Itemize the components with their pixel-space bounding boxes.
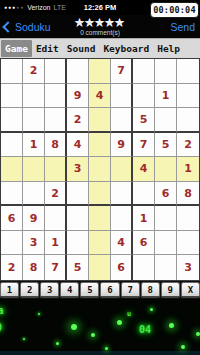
- cell-r2c8[interactable]: 1: [155, 84, 177, 109]
- cell-r5c4[interactable]: 3: [67, 157, 89, 182]
- cell-r1c5[interactable]: [89, 59, 111, 84]
- cell-r5c3[interactable]: [45, 157, 67, 182]
- matrix-glyph: a: [0, 305, 4, 316]
- cell-r3c6[interactable]: [111, 108, 133, 133]
- glow-dot: [38, 313, 40, 315]
- cell-r2c1[interactable]: [1, 84, 23, 109]
- glow-dot: [56, 342, 59, 345]
- cell-r8c1[interactable]: [1, 231, 23, 256]
- menu-item-sound[interactable]: Sound: [63, 40, 100, 57]
- star-icon[interactable]: ★: [85, 17, 95, 28]
- glow-dot: [117, 320, 122, 325]
- bottom-band: [0, 351, 200, 355]
- star-icon[interactable]: ★: [95, 17, 105, 28]
- cell-r1c4[interactable]: [67, 59, 89, 84]
- matrix-background: a004u: [0, 299, 200, 355]
- key-7[interactable]: 7: [121, 282, 140, 298]
- cell-r9c1[interactable]: 2: [1, 255, 23, 280]
- cell-r7c1[interactable]: 6: [1, 206, 23, 231]
- cell-r6c6[interactable]: [111, 182, 133, 207]
- cell-r4c4[interactable]: 4: [67, 133, 89, 158]
- matrix-glyph: u: [127, 311, 131, 318]
- cell-r5c7[interactable]: 4: [133, 157, 155, 182]
- cell-r6c9[interactable]: 8: [177, 182, 199, 207]
- menu-item-game[interactable]: Game: [1, 40, 32, 57]
- back-label: Soduku: [15, 21, 51, 33]
- key-8[interactable]: 8: [141, 282, 160, 298]
- cell-r9c2[interactable]: 8: [23, 255, 45, 280]
- cell-r7c8[interactable]: [155, 206, 177, 231]
- glow-dot: [181, 345, 185, 349]
- cell-r3c1[interactable]: [1, 108, 23, 133]
- cell-r5c8[interactable]: [155, 157, 177, 182]
- matrix-glyph: 04: [139, 325, 151, 335]
- cell-r2c2[interactable]: [23, 84, 45, 109]
- key-6[interactable]: 6: [100, 282, 119, 298]
- cell-r6c3[interactable]: 2: [45, 182, 67, 207]
- cell-r7c2[interactable]: 9: [23, 206, 45, 231]
- glow-dot: [169, 323, 174, 328]
- cell-r6c2[interactable]: [23, 182, 45, 207]
- cell-r9c8[interactable]: [155, 255, 177, 280]
- key-3[interactable]: 3: [40, 282, 59, 298]
- cell-r5c6[interactable]: [111, 157, 133, 182]
- cell-r6c7[interactable]: [133, 182, 155, 207]
- chevron-left-icon: [2, 21, 13, 32]
- cell-r4c7[interactable]: 7: [133, 133, 155, 158]
- glow-dot: [196, 332, 200, 336]
- cell-r3c4[interactable]: 2: [67, 108, 89, 133]
- cell-r3c9[interactable]: [177, 108, 199, 133]
- cell-r7c5[interactable]: [89, 206, 111, 231]
- menu-item-help[interactable]: Help: [153, 40, 184, 57]
- cell-r8c9[interactable]: [177, 231, 199, 256]
- cell-r8c6[interactable]: 4: [111, 231, 133, 256]
- cell-r9c7[interactable]: [133, 255, 155, 280]
- cell-r7c3[interactable]: [45, 206, 67, 231]
- cell-r6c8[interactable]: 6: [155, 182, 177, 207]
- cell-r8c7[interactable]: 6: [133, 231, 155, 256]
- cell-r8c4[interactable]: [67, 231, 89, 256]
- star-icon[interactable]: ★: [115, 17, 125, 28]
- cell-r3c3[interactable]: [45, 108, 67, 133]
- cell-r7c9[interactable]: [177, 206, 199, 231]
- cell-r1c3[interactable]: [45, 59, 67, 84]
- cell-r1c2[interactable]: 2: [23, 59, 45, 84]
- cell-r9c3[interactable]: 7: [45, 255, 67, 280]
- key-2[interactable]: 2: [20, 282, 39, 298]
- glow-dot: [91, 333, 95, 337]
- cell-r3c5[interactable]: [89, 108, 111, 133]
- cell-r9c6[interactable]: 6: [111, 255, 133, 280]
- matrix-glyph: 0: [0, 323, 2, 333]
- cell-r4c3[interactable]: 8: [45, 133, 67, 158]
- number-keypad: 123456789X: [0, 281, 200, 299]
- cell-r1c6[interactable]: 7: [111, 59, 133, 84]
- cell-r5c9[interactable]: 1: [177, 157, 199, 182]
- glow-dot: [71, 324, 77, 330]
- cell-r7c4[interactable]: [67, 206, 89, 231]
- key-4[interactable]: 4: [60, 282, 79, 298]
- cell-r2c7[interactable]: [133, 84, 155, 109]
- menu-item-edit[interactable]: Edit: [32, 40, 63, 57]
- cell-r1c7[interactable]: [133, 59, 155, 84]
- cell-r1c1[interactable]: [1, 59, 23, 84]
- glow-dot: [150, 308, 153, 311]
- send-button[interactable]: Send: [170, 21, 195, 33]
- cell-r6c5[interactable]: [89, 182, 111, 207]
- cell-r2c6[interactable]: [111, 84, 133, 109]
- cell-r2c3[interactable]: [45, 84, 67, 109]
- cell-r7c7[interactable]: 1: [133, 206, 155, 231]
- cell-r8c5[interactable]: [89, 231, 111, 256]
- cell-r4c9[interactable]: 2: [177, 133, 199, 158]
- menu-item-keyboard[interactable]: Keyboard: [99, 40, 153, 57]
- star-icon[interactable]: ★: [75, 17, 85, 28]
- cell-r2c5[interactable]: 4: [89, 84, 111, 109]
- star-icon[interactable]: ★: [105, 17, 115, 28]
- key-x[interactable]: X: [181, 282, 200, 298]
- game-timer: 00:00:04: [150, 2, 199, 18]
- back-button[interactable]: Soduku: [4, 21, 51, 33]
- cell-r2c9[interactable]: [177, 84, 199, 109]
- cell-r4c5[interactable]: [89, 133, 111, 158]
- navigation-bar: Soduku ★★★★★ 0 comment(s) Send: [0, 15, 200, 38]
- cell-r6c1[interactable]: [1, 182, 23, 207]
- cell-r4c2[interactable]: 1: [23, 133, 45, 158]
- glow-dot: [105, 347, 108, 350]
- cell-r6c4[interactable]: [67, 182, 89, 207]
- sudoku-app-screen: ●●●●● Verizon LTE 12:26 PM Soduku ★★★★★ …: [0, 0, 200, 355]
- key-5[interactable]: 5: [80, 282, 99, 298]
- sudoku-board: 279412518497523412686913146287563: [0, 58, 200, 281]
- cell-r9c4[interactable]: 5: [67, 255, 89, 280]
- cell-r3c7[interactable]: 5: [133, 108, 155, 133]
- key-9[interactable]: 9: [161, 282, 180, 298]
- cell-r5c1[interactable]: [1, 157, 23, 182]
- cell-r8c3[interactable]: 1: [45, 231, 67, 256]
- cell-r3c8[interactable]: [155, 108, 177, 133]
- cell-r1c8[interactable]: [155, 59, 177, 84]
- cell-r2c4[interactable]: 9: [67, 84, 89, 109]
- cell-r9c5[interactable]: [89, 255, 111, 280]
- menu-bar: GameEditSoundKeyboardHelp: [0, 38, 200, 58]
- glow-dot: [23, 338, 25, 340]
- cell-r4c1[interactable]: [1, 133, 23, 158]
- cell-r8c8[interactable]: [155, 231, 177, 256]
- cell-r3c2[interactable]: [23, 108, 45, 133]
- cell-r8c2[interactable]: 3: [23, 231, 45, 256]
- cell-r5c5[interactable]: [89, 157, 111, 182]
- cell-r4c6[interactable]: 9: [111, 133, 133, 158]
- cell-r5c2[interactable]: [23, 157, 45, 182]
- cell-r4c8[interactable]: 5: [155, 133, 177, 158]
- cell-r7c6[interactable]: [111, 206, 133, 231]
- cell-r1c9[interactable]: [177, 59, 199, 84]
- key-1[interactable]: 1: [0, 282, 19, 298]
- cell-r9c9[interactable]: 3: [177, 255, 199, 280]
